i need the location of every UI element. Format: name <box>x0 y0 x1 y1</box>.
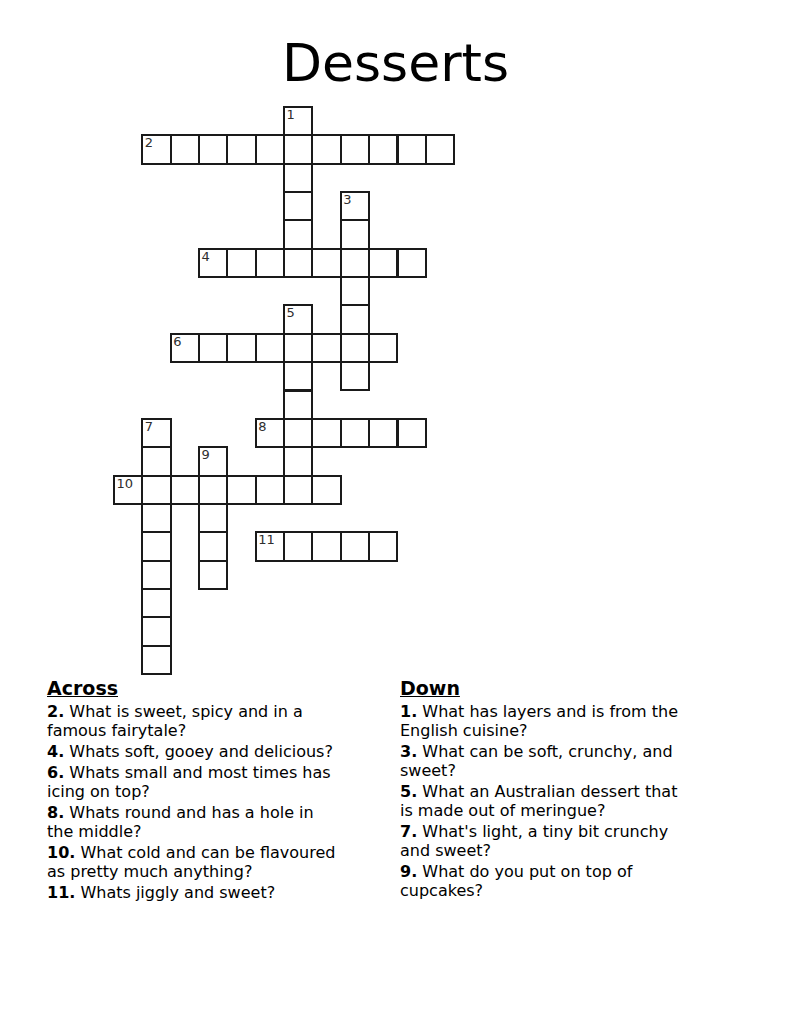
cell-r1c2[interactable] <box>170 134 200 164</box>
cell-number: 5 <box>287 306 295 319</box>
cell-r9c8[interactable] <box>340 361 370 391</box>
cell-r11c1[interactable]: 7 <box>141 418 171 448</box>
cell-r1c5[interactable] <box>255 134 285 164</box>
cell-r11c6[interactable] <box>283 418 313 448</box>
clue-number: 9. <box>400 862 417 881</box>
cell-number: 8 <box>258 420 266 433</box>
cell-r14c3[interactable] <box>198 503 228 533</box>
clue-5: 5. What an Australian dessert that is ma… <box>400 782 750 820</box>
cell-r17c1[interactable] <box>141 588 171 618</box>
across-clue-list: 2. What is sweet, spicy and in a famous … <box>47 702 397 902</box>
clue-text: What is sweet, spicy and in a famous fai… <box>47 702 303 740</box>
cell-r13c6[interactable] <box>283 475 313 505</box>
cell-r18c1[interactable] <box>141 616 171 646</box>
cell-r9c6[interactable] <box>283 361 313 391</box>
cell-r10c6[interactable] <box>283 390 313 420</box>
cell-r11c8[interactable] <box>340 418 370 448</box>
clue-number: 2. <box>47 702 64 721</box>
clue-9: 9. What do you put on top of cupcakes? <box>400 862 750 900</box>
clue-number: 6. <box>47 763 64 782</box>
across-heading: Across <box>47 677 397 699</box>
cell-number: 6 <box>173 335 181 348</box>
cell-r1c3[interactable] <box>198 134 228 164</box>
clue-2: 2. What is sweet, spicy and in a famous … <box>47 702 397 740</box>
cell-r11c9[interactable] <box>368 418 398 448</box>
cell-r8c5[interactable] <box>255 333 285 363</box>
clue-text: What has layers and is from the English … <box>400 702 678 740</box>
cell-r3c8[interactable]: 3 <box>340 191 370 221</box>
cell-r11c10[interactable] <box>397 418 427 448</box>
cell-r15c5[interactable]: 11 <box>255 531 285 561</box>
clue-number: 11. <box>47 883 75 902</box>
clue-6: 6. Whats small and most times has icing … <box>47 763 397 801</box>
cell-r15c7[interactable] <box>311 531 341 561</box>
clue-4: 4. Whats soft, gooey and delicious? <box>47 742 397 761</box>
cell-r5c8[interactable] <box>340 248 370 278</box>
clue-number: 8. <box>47 803 64 822</box>
cell-r5c10[interactable] <box>397 248 427 278</box>
cell-r5c4[interactable] <box>226 248 256 278</box>
cell-r7c6[interactable]: 5 <box>283 304 313 334</box>
cell-number: 7 <box>145 420 153 433</box>
cell-r1c1[interactable]: 2 <box>141 134 171 164</box>
clue-number: 5. <box>400 782 417 801</box>
clue-8: 8. Whats round and has a hole in the mid… <box>47 803 397 841</box>
clue-text: Whats jiggly and sweet? <box>75 883 275 902</box>
cell-r13c5[interactable] <box>255 475 285 505</box>
cell-r1c9[interactable] <box>368 134 398 164</box>
clue-text: What's light, a tiny bit crunchy and swe… <box>400 822 668 860</box>
clue-number: 1. <box>400 702 417 721</box>
clue-7: 7. What's light, a tiny bit crunchy and … <box>400 822 750 860</box>
clue-text: Whats small and most times has icing on … <box>47 763 331 801</box>
down-clue-list: 1. What has layers and is from the Engli… <box>400 702 750 900</box>
cell-r3c6[interactable] <box>283 191 313 221</box>
clue-number: 4. <box>47 742 64 761</box>
cell-r8c7[interactable] <box>311 333 341 363</box>
cell-r8c8[interactable] <box>340 333 370 363</box>
cell-r8c2[interactable]: 6 <box>170 333 200 363</box>
cell-r14c1[interactable] <box>141 503 171 533</box>
cell-r15c6[interactable] <box>283 531 313 561</box>
cell-r1c8[interactable] <box>340 134 370 164</box>
cell-r8c6[interactable] <box>283 333 313 363</box>
cell-r4c6[interactable] <box>283 219 313 249</box>
cell-r1c11[interactable] <box>425 134 455 164</box>
cell-r6c8[interactable] <box>340 276 370 306</box>
cell-r13c0[interactable]: 10 <box>113 475 143 505</box>
cell-r15c1[interactable] <box>141 531 171 561</box>
clue-text: What an Australian dessert that is made … <box>400 782 677 820</box>
cell-r5c7[interactable] <box>311 248 341 278</box>
cell-number: 10 <box>117 477 134 490</box>
cell-r13c2[interactable] <box>170 475 200 505</box>
cell-r8c9[interactable] <box>368 333 398 363</box>
cell-r1c10[interactable] <box>397 134 427 164</box>
clue-text: Whats soft, gooey and delicious? <box>64 742 333 761</box>
cell-r5c9[interactable] <box>368 248 398 278</box>
cell-r16c1[interactable] <box>141 560 171 590</box>
cell-r12c3[interactable]: 9 <box>198 446 228 476</box>
cell-r12c1[interactable] <box>141 446 171 476</box>
cell-r5c3[interactable]: 4 <box>198 248 228 278</box>
clue-text: Whats round and has a hole in the middle… <box>47 803 314 841</box>
cell-r15c9[interactable] <box>368 531 398 561</box>
down-clues-section: Down 1. What has layers and is from the … <box>400 677 750 902</box>
cell-r5c5[interactable] <box>255 248 285 278</box>
clue-text: What cold and can be flavoured as pretty… <box>47 843 335 881</box>
cell-r1c4[interactable] <box>226 134 256 164</box>
cell-r8c4[interactable] <box>226 333 256 363</box>
clue-10: 10. What cold and can be flavoured as pr… <box>47 843 397 881</box>
cell-r13c3[interactable] <box>198 475 228 505</box>
cell-r15c3[interactable] <box>198 531 228 561</box>
clue-1: 1. What has layers and is from the Engli… <box>400 702 750 740</box>
down-heading: Down <box>400 677 750 699</box>
clue-text: What can be soft, crunchy, and sweet? <box>400 742 673 780</box>
page-title: Desserts <box>0 33 791 93</box>
cell-number: 1 <box>287 108 295 121</box>
cell-r1c6[interactable] <box>283 134 313 164</box>
cell-number: 11 <box>258 533 275 546</box>
clue-number: 10. <box>47 843 75 862</box>
clue-number: 7. <box>400 822 417 841</box>
cell-number: 4 <box>202 250 210 263</box>
clue-text: What do you put on top of cupcakes? <box>400 862 632 900</box>
cell-r11c7[interactable] <box>311 418 341 448</box>
cell-r11c5[interactable]: 8 <box>255 418 285 448</box>
clue-number: 3. <box>400 742 417 761</box>
cell-r5c6[interactable] <box>283 248 313 278</box>
cell-r13c1[interactable] <box>141 475 171 505</box>
cell-number: 3 <box>343 193 351 206</box>
cell-r19c1[interactable] <box>141 645 171 675</box>
cell-r7c8[interactable] <box>340 304 370 334</box>
across-clues-section: Across 2. What is sweet, spicy and in a … <box>47 677 397 904</box>
cell-r13c7[interactable] <box>311 475 341 505</box>
cell-r12c6[interactable] <box>283 446 313 476</box>
cell-r2c6[interactable] <box>283 163 313 193</box>
cell-number: 2 <box>145 136 153 149</box>
cell-r4c8[interactable] <box>340 219 370 249</box>
cell-r13c4[interactable] <box>226 475 256 505</box>
cell-r15c8[interactable] <box>340 531 370 561</box>
cell-r1c7[interactable] <box>311 134 341 164</box>
cell-r0c6[interactable]: 1 <box>283 106 313 136</box>
cell-r8c3[interactable] <box>198 333 228 363</box>
cell-r16c3[interactable] <box>198 560 228 590</box>
crossword-grid: 1234567891011 <box>113 106 456 676</box>
cell-number: 9 <box>202 448 210 461</box>
clue-11: 11. Whats jiggly and sweet? <box>47 883 397 902</box>
clue-3: 3. What can be soft, crunchy, and sweet? <box>400 742 750 780</box>
